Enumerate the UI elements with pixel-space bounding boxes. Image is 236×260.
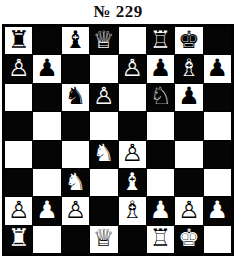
- square-d4: ♞: [90, 141, 117, 168]
- black-pawn-piece: ♟: [150, 56, 172, 80]
- square-d6: ♙: [90, 84, 117, 111]
- square-g5: [175, 112, 202, 139]
- square-c5: [62, 112, 89, 139]
- square-b1: [33, 226, 60, 253]
- square-f2: ♟: [147, 197, 174, 224]
- black-pawn-piece: ♟: [36, 56, 58, 80]
- white-rook-piece: ♜: [8, 226, 30, 250]
- square-g1: ♚: [175, 226, 202, 253]
- square-d8: ♕: [90, 27, 117, 54]
- black-pawn-piece: ♟: [178, 84, 200, 108]
- black-pawn-piece: ♟: [207, 56, 229, 80]
- square-f4: [147, 141, 174, 168]
- square-b3: [33, 169, 60, 196]
- square-a4: [5, 141, 32, 168]
- square-c6: ♞: [62, 84, 89, 111]
- puzzle-number-title: № 229: [0, 0, 236, 24]
- square-g4: [175, 141, 202, 168]
- square-b8: [33, 27, 60, 54]
- white-pawn-piece: ♙: [178, 198, 200, 222]
- white-bishop-piece: ♗: [121, 198, 143, 222]
- square-g8: ♚: [175, 27, 202, 54]
- square-d1: ♕: [90, 226, 117, 253]
- square-b2: ♟: [33, 197, 60, 224]
- white-queen-piece: ♕: [93, 226, 115, 250]
- square-a5: [5, 112, 32, 139]
- square-a2: ♙: [5, 197, 32, 224]
- square-a3: [5, 169, 32, 196]
- square-c4: [62, 141, 89, 168]
- square-d5: [90, 112, 117, 139]
- square-f8: ♖: [147, 27, 174, 54]
- square-g6: ♟: [175, 84, 202, 111]
- white-pawn-piece: ♙: [121, 141, 143, 165]
- square-e2: ♗: [119, 197, 146, 224]
- square-b6: [33, 84, 60, 111]
- white-knight-piece: ♞: [65, 170, 87, 194]
- square-b4: [33, 141, 60, 168]
- white-rook-piece: ♖: [150, 226, 172, 250]
- black-king-piece: ♚: [178, 28, 200, 52]
- black-pawn-piece: ♙: [8, 56, 30, 80]
- white-knight-piece: ♞: [93, 141, 115, 165]
- black-knight-piece: ♘: [150, 84, 172, 108]
- chess-board: ♜♝♕♖♚♙♟♙♟♗♟♞♙♘♟♞♙♞♝♙♟♙♗♟♙♟♜♕♖♚: [2, 24, 234, 256]
- square-f3: [147, 169, 174, 196]
- square-b7: ♟: [33, 55, 60, 82]
- black-rook-piece: ♖: [150, 28, 172, 52]
- square-h1: [204, 226, 231, 253]
- black-knight-piece: ♞: [65, 84, 87, 108]
- square-e5: [119, 112, 146, 139]
- square-d3: [90, 169, 117, 196]
- chess-puzzle-page: № 229 ♜♝♕♖♚♙♟♙♟♗♟♞♙♘♟♞♙♞♝♙♟♙♗♟♙♟♜♕♖♚: [0, 0, 236, 260]
- square-a6: [5, 84, 32, 111]
- white-king-piece: ♚: [178, 226, 200, 250]
- square-f1: ♖: [147, 226, 174, 253]
- black-bishop-piece: ♝: [65, 28, 87, 52]
- square-a1: ♜: [5, 226, 32, 253]
- square-c7: [62, 55, 89, 82]
- white-pawn-piece: ♟: [150, 198, 172, 222]
- square-h6: [204, 84, 231, 111]
- square-d7: [90, 55, 117, 82]
- square-f6: ♘: [147, 84, 174, 111]
- square-h7: ♟: [204, 55, 231, 82]
- square-b5: [33, 112, 60, 139]
- square-e4: ♙: [119, 141, 146, 168]
- square-c2: ♙: [62, 197, 89, 224]
- square-h4: [204, 141, 231, 168]
- white-pawn-piece: ♙: [8, 198, 30, 222]
- square-e3: ♝: [119, 169, 146, 196]
- square-h5: [204, 112, 231, 139]
- square-h2: ♟: [204, 197, 231, 224]
- square-g2: ♙: [175, 197, 202, 224]
- black-bishop-piece: ♗: [178, 56, 200, 80]
- square-f5: [147, 112, 174, 139]
- black-pawn-piece: ♙: [93, 84, 115, 108]
- white-bishop-piece: ♝: [121, 170, 143, 194]
- square-c8: ♝: [62, 27, 89, 54]
- square-g7: ♗: [175, 55, 202, 82]
- square-a8: ♜: [5, 27, 32, 54]
- square-e6: [119, 84, 146, 111]
- white-pawn-piece: ♟: [207, 198, 229, 222]
- square-e7: ♙: [119, 55, 146, 82]
- square-h3: [204, 169, 231, 196]
- square-g3: [175, 169, 202, 196]
- square-f7: ♟: [147, 55, 174, 82]
- black-pawn-piece: ♙: [121, 56, 143, 80]
- square-h8: [204, 27, 231, 54]
- square-e1: [119, 226, 146, 253]
- black-queen-piece: ♕: [93, 28, 115, 52]
- white-pawn-piece: ♟: [36, 198, 58, 222]
- square-e8: [119, 27, 146, 54]
- black-rook-piece: ♜: [8, 28, 30, 52]
- square-c1: [62, 226, 89, 253]
- square-c3: ♞: [62, 169, 89, 196]
- white-pawn-piece: ♙: [65, 198, 87, 222]
- square-d2: [90, 197, 117, 224]
- square-a7: ♙: [5, 55, 32, 82]
